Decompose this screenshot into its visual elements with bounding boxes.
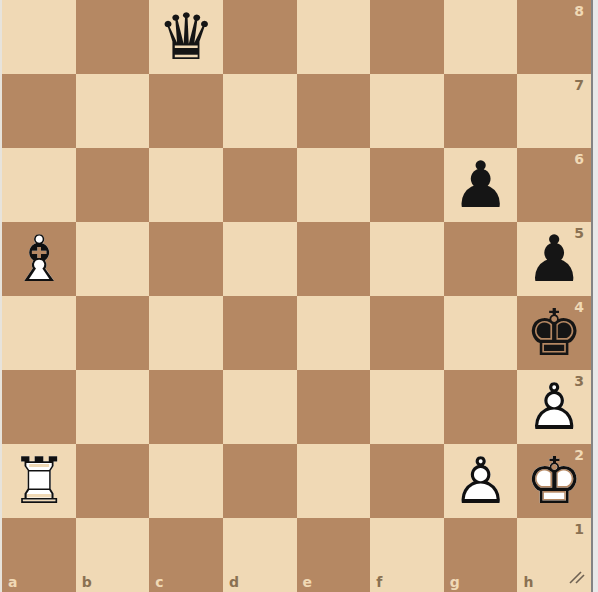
file-label: b [82,574,92,590]
piece-outline: ♗ [2,222,76,296]
square-e7[interactable] [297,74,371,148]
square-h7[interactable]: 7 [517,74,591,148]
square-c7[interactable] [149,74,223,148]
file-label: e [303,574,313,590]
file-label: c [155,574,163,590]
piece-bp[interactable]: ♟ [444,148,518,222]
square-a5[interactable]: ♝♗ [2,222,76,296]
square-b1[interactable]: b [76,518,150,592]
square-a2[interactable]: ♜♖ [2,444,76,518]
square-f7[interactable] [370,74,444,148]
chess-board: ♛87♟6♝♗♟5♚4♟♙3♜♖♟♙♚♔2abcdefg1h [2,0,591,592]
square-e1[interactable]: e [297,518,371,592]
square-a1[interactable]: a [2,518,76,592]
square-a4[interactable] [2,296,76,370]
rank-label: 8 [574,3,584,19]
square-b4[interactable] [76,296,150,370]
square-f5[interactable] [370,222,444,296]
square-h3[interactable]: ♟♙3 [517,370,591,444]
square-f2[interactable] [370,444,444,518]
square-c6[interactable] [149,148,223,222]
square-g5[interactable] [444,222,518,296]
square-a3[interactable] [2,370,76,444]
square-a6[interactable] [2,148,76,222]
piece-wp[interactable]: ♟♙ [517,370,591,444]
square-g8[interactable] [444,0,518,74]
piece-bq[interactable]: ♛ [149,0,223,74]
square-b7[interactable] [76,74,150,148]
file-label: g [450,574,460,590]
piece-outline: ♖ [2,444,76,518]
square-c8[interactable]: ♛ [149,0,223,74]
square-h5[interactable]: ♟5 [517,222,591,296]
piece-wk[interactable]: ♚♔ [517,444,591,518]
square-g6[interactable]: ♟ [444,148,518,222]
square-e6[interactable] [297,148,371,222]
square-h2[interactable]: ♚♔2 [517,444,591,518]
square-f6[interactable] [370,148,444,222]
file-label: d [229,574,239,590]
square-b5[interactable] [76,222,150,296]
rank-label: 1 [574,521,584,537]
square-b2[interactable] [76,444,150,518]
square-f1[interactable]: f [370,518,444,592]
square-h6[interactable]: 6 [517,148,591,222]
square-c4[interactable] [149,296,223,370]
piece-outline: ♔ [517,444,591,518]
square-c5[interactable] [149,222,223,296]
file-label: h [523,574,533,590]
square-d3[interactable] [223,370,297,444]
piece-bk[interactable]: ♚ [517,296,591,370]
file-label: a [8,574,17,590]
square-f3[interactable] [370,370,444,444]
square-a8[interactable] [2,0,76,74]
square-d1[interactable]: d [223,518,297,592]
square-d7[interactable] [223,74,297,148]
square-d5[interactable] [223,222,297,296]
square-e5[interactable] [297,222,371,296]
piece-wp[interactable]: ♟♙ [444,444,518,518]
square-g2[interactable]: ♟♙ [444,444,518,518]
resize-grip-icon[interactable] [568,569,586,585]
square-b3[interactable] [76,370,150,444]
square-d6[interactable] [223,148,297,222]
piece-wr[interactable]: ♜♖ [2,444,76,518]
square-d8[interactable] [223,0,297,74]
square-d4[interactable] [223,296,297,370]
square-g3[interactable] [444,370,518,444]
square-h8[interactable]: 8 [517,0,591,74]
square-e2[interactable] [297,444,371,518]
square-f4[interactable] [370,296,444,370]
square-c3[interactable] [149,370,223,444]
square-g1[interactable]: g [444,518,518,592]
piece-wb[interactable]: ♝♗ [2,222,76,296]
square-b6[interactable] [76,148,150,222]
square-e8[interactable] [297,0,371,74]
board-container: ♛87♟6♝♗♟5♚4♟♙3♜♖♟♙♚♔2abcdefg1h [0,0,591,592]
file-label: f [376,574,382,590]
square-g7[interactable] [444,74,518,148]
rank-label: 7 [574,77,584,93]
piece-outline: ♙ [517,370,591,444]
square-d2[interactable] [223,444,297,518]
square-e4[interactable] [297,296,371,370]
rank-label: 6 [574,151,584,167]
square-b8[interactable] [76,0,150,74]
piece-outline: ♙ [444,444,518,518]
piece-bp[interactable]: ♟ [517,222,591,296]
square-h4[interactable]: ♚4 [517,296,591,370]
chess-app-window: ♛87♟6♝♗♟5♚4♟♙3♜♖♟♙♚♔2abcdefg1h [0,0,598,592]
square-g4[interactable] [444,296,518,370]
square-e3[interactable] [297,370,371,444]
window-right-gutter [591,0,598,592]
square-a7[interactable] [2,74,76,148]
square-c1[interactable]: c [149,518,223,592]
square-c2[interactable] [149,444,223,518]
square-f8[interactable] [370,0,444,74]
